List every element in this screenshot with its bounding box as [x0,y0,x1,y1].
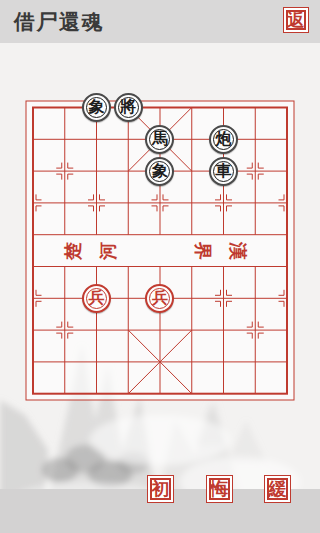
intersection-c4-r0[interactable] [144,92,176,124]
intersection-c2-r0[interactable]: 象 [81,92,113,124]
intersection-c8-r5[interactable] [271,251,303,283]
intersection-c6-r7[interactable] [208,314,240,346]
intersection-c1-r8[interactable] [49,346,81,378]
intersection-c8-r1[interactable] [271,123,303,155]
intersection-c0-r1[interactable] [17,123,49,155]
intersection-c8-r3[interactable] [271,187,303,219]
intersection-c4-r9[interactable] [144,378,176,410]
intersection-c7-r6[interactable] [239,282,271,314]
intersection-c6-r1[interactable]: 炮 [208,123,240,155]
top-bar: 借尸還魂 [0,0,320,43]
intersection-c7-r0[interactable] [239,92,271,124]
intersection-c4-r8[interactable] [144,346,176,378]
intersection-c3-r5[interactable] [112,251,144,283]
back-button[interactable]: 返 [283,7,309,33]
intersection-c6-r2[interactable]: 車 [208,155,240,187]
intersection-c1-r7[interactable] [49,314,81,346]
piece-black-將[interactable]: 將 [114,93,143,122]
intersection-c1-r6[interactable] [49,282,81,314]
intersection-c2-r7[interactable] [81,314,113,346]
intersection-c7-r5[interactable] [239,251,271,283]
piece-red-兵[interactable]: 兵 [145,284,174,313]
intersection-c2-r6[interactable]: 兵 [81,282,113,314]
intersection-c0-r7[interactable] [17,314,49,346]
intersection-c4-r5[interactable] [144,251,176,283]
board-intersections: 象將馬炮象車兵兵 [17,92,303,410]
intersection-c5-r8[interactable] [176,346,208,378]
intersection-c6-r0[interactable] [208,92,240,124]
intersection-c5-r5[interactable] [176,251,208,283]
intersection-c6-r3[interactable] [208,187,240,219]
intersection-c1-r0[interactable] [49,92,81,124]
intersection-c5-r4[interactable] [176,219,208,251]
intersection-c4-r7[interactable] [144,314,176,346]
intersection-c0-r6[interactable] [17,282,49,314]
intersection-c6-r5[interactable] [208,251,240,283]
intersection-c3-r8[interactable] [112,346,144,378]
intersection-c2-r5[interactable] [81,251,113,283]
hint-button[interactable]: 緩 [264,475,291,503]
intersection-c7-r3[interactable] [239,187,271,219]
intersection-c2-r9[interactable] [81,378,113,410]
intersection-c7-r2[interactable] [239,155,271,187]
intersection-c1-r2[interactable] [49,155,81,187]
intersection-c8-r9[interactable] [271,378,303,410]
intersection-c5-r6[interactable] [176,282,208,314]
intersection-c8-r7[interactable] [271,314,303,346]
piece-black-炮[interactable]: 炮 [209,125,238,154]
intersection-c0-r3[interactable] [17,187,49,219]
intersection-c6-r8[interactable] [208,346,240,378]
intersection-c2-r1[interactable] [81,123,113,155]
intersection-c0-r4[interactable] [17,219,49,251]
intersection-c8-r6[interactable] [271,282,303,314]
intersection-c0-r5[interactable] [17,251,49,283]
intersection-c1-r9[interactable] [49,378,81,410]
intersection-c7-r4[interactable] [239,219,271,251]
piece-black-象[interactable]: 象 [145,157,174,186]
intersection-c1-r1[interactable] [49,123,81,155]
piece-black-象[interactable]: 象 [82,93,111,122]
intersection-c8-r4[interactable] [271,219,303,251]
restart-button[interactable]: 初 [147,475,174,503]
intersection-c2-r2[interactable] [81,155,113,187]
intersection-c3-r1[interactable] [112,123,144,155]
intersection-c0-r8[interactable] [17,346,49,378]
intersection-c6-r4[interactable] [208,219,240,251]
intersection-c0-r2[interactable] [17,155,49,187]
intersection-c7-r7[interactable] [239,314,271,346]
intersection-c3-r6[interactable] [112,282,144,314]
intersection-c4-r6[interactable]: 兵 [144,282,176,314]
intersection-c8-r0[interactable] [271,92,303,124]
intersection-c3-r4[interactable] [112,219,144,251]
app-screen: 楚河界漢 象將馬炮象車兵兵 借尸還魂 返 初 悔 緩 [0,0,320,533]
intersection-c5-r3[interactable] [176,187,208,219]
intersection-c1-r4[interactable] [49,219,81,251]
intersection-c6-r9[interactable] [208,378,240,410]
piece-black-馬[interactable]: 馬 [145,125,174,154]
intersection-c5-r0[interactable] [176,92,208,124]
intersection-c3-r3[interactable] [112,187,144,219]
intersection-c0-r9[interactable] [17,378,49,410]
intersection-c8-r8[interactable] [271,346,303,378]
piece-black-車[interactable]: 車 [209,157,238,186]
intersection-c4-r4[interactable] [144,219,176,251]
intersection-c3-r9[interactable] [112,378,144,410]
puzzle-title: 借尸還魂 [14,8,104,36]
intersection-c1-r5[interactable] [49,251,81,283]
intersection-c5-r9[interactable] [176,378,208,410]
intersection-c0-r0[interactable] [17,92,49,124]
intersection-c2-r3[interactable] [81,187,113,219]
intersection-c4-r3[interactable] [144,187,176,219]
intersection-c1-r3[interactable] [49,187,81,219]
intersection-c3-r7[interactable] [112,314,144,346]
undo-button[interactable]: 悔 [206,475,233,503]
intersection-c4-r1[interactable]: 馬 [144,123,176,155]
intersection-c2-r8[interactable] [81,346,113,378]
intersection-c7-r1[interactable] [239,123,271,155]
intersection-c3-r2[interactable] [112,155,144,187]
intersection-c5-r2[interactable] [176,155,208,187]
intersection-c5-r7[interactable] [176,314,208,346]
intersection-c7-r9[interactable] [239,378,271,410]
piece-red-兵[interactable]: 兵 [82,284,111,313]
intersection-c7-r8[interactable] [239,346,271,378]
intersection-c3-r0[interactable]: 將 [112,92,144,124]
intersection-c2-r4[interactable] [81,219,113,251]
intersection-c4-r2[interactable]: 象 [144,155,176,187]
intersection-c6-r6[interactable] [208,282,240,314]
xiangqi-board[interactable]: 楚河界漢 象將馬炮象車兵兵 [0,0,320,533]
intersection-c8-r2[interactable] [271,155,303,187]
intersection-c5-r1[interactable] [176,123,208,155]
